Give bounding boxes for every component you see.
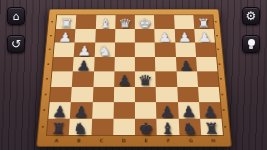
square-b2[interactable]: ♟ <box>70 102 92 118</box>
square-a3[interactable] <box>50 87 72 103</box>
square-f2[interactable]: ♟ <box>156 102 178 118</box>
piece-black-knight[interactable]: ♞ <box>97 46 111 58</box>
square-b6[interactable]: ♟ <box>74 42 95 56</box>
square-d8[interactable]: ♛ <box>115 15 135 28</box>
piece-white-pawn[interactable]: ♟ <box>52 106 68 119</box>
square-f6[interactable] <box>155 42 176 56</box>
piece-white-king[interactable]: ♚ <box>138 122 153 136</box>
square-b1[interactable]: ♞ <box>69 118 92 135</box>
square-h3[interactable] <box>198 87 220 103</box>
square-b7[interactable] <box>75 29 96 43</box>
square-e6[interactable] <box>135 42 155 56</box>
square-b8[interactable] <box>76 15 96 28</box>
square-g6[interactable] <box>175 42 196 56</box>
square-d1[interactable] <box>113 118 135 135</box>
square-c6[interactable]: ♞ <box>94 42 115 56</box>
board-frame: ♜♝♛♚♜♟♟♟♟♟♞♟♟♟♛♟♟♟♟♟♜♞♚♝♞♜ ABCDEFGH <box>36 9 232 147</box>
square-a5[interactable] <box>52 57 74 72</box>
file-label-g: G <box>180 139 203 144</box>
square-d3[interactable] <box>114 87 135 103</box>
square-h1[interactable]: ♜ <box>200 118 223 135</box>
square-d5[interactable] <box>114 57 135 72</box>
file-label-e: E <box>135 139 157 144</box>
square-g1[interactable]: ♞ <box>178 118 201 135</box>
square-h5[interactable] <box>196 57 218 72</box>
piece-white-rook[interactable]: ♜ <box>204 122 220 136</box>
file-label-a: A <box>45 139 68 144</box>
square-c4[interactable] <box>93 71 114 86</box>
square-b3[interactable] <box>71 87 93 103</box>
square-a2[interactable]: ♟ <box>48 102 71 118</box>
home-button[interactable]: ⌂ <box>7 7 25 25</box>
hint-button[interactable] <box>242 35 260 53</box>
square-d6[interactable] <box>115 42 135 56</box>
piece-white-bishop[interactable]: ♝ <box>160 122 175 136</box>
square-d7[interactable] <box>115 29 135 43</box>
square-g2[interactable]: ♟ <box>178 102 200 118</box>
square-g7[interactable]: ♟ <box>174 29 195 43</box>
square-e8[interactable]: ♚ <box>135 15 155 28</box>
square-e1[interactable]: ♚ <box>135 118 157 135</box>
piece-white-pawn[interactable]: ♟ <box>160 106 175 119</box>
piece-black-pawn[interactable]: ♟ <box>77 46 91 58</box>
piece-white-pawn[interactable]: ♟ <box>117 75 131 88</box>
square-a4[interactable] <box>51 71 73 86</box>
file-label-f: F <box>157 139 180 144</box>
piece-white-pawn[interactable]: ♟ <box>181 106 196 119</box>
square-e5[interactable] <box>135 57 156 72</box>
square-d4[interactable]: ♟ <box>114 71 135 86</box>
square-g5[interactable]: ♟ <box>176 57 197 72</box>
board-perspective-wrap: ♜♝♛♚♜♟♟♟♟♟♞♟♟♟♛♟♟♟♟♟♜♞♚♝♞♜ ABCDEFGH <box>0 0 267 150</box>
square-f8[interactable] <box>154 15 174 28</box>
square-d2[interactable] <box>113 102 135 118</box>
undo-button[interactable]: ↺ <box>7 35 25 53</box>
piece-white-rook[interactable]: ♜ <box>50 122 66 136</box>
square-h2[interactable]: ♟ <box>199 102 222 118</box>
piece-white-pawn[interactable]: ♟ <box>76 60 91 72</box>
app-window: ♜♝♛♚♜♟♟♟♟♟♞♟♟♟♛♟♟♟♟♟♜♞♚♝♞♜ ABCDEFGH ⌂ ↺ … <box>0 0 267 150</box>
undo-icon: ↺ <box>11 38 21 50</box>
settings-button[interactable]: ⚙ <box>242 7 260 25</box>
piece-white-pawn[interactable]: ♟ <box>179 60 194 72</box>
square-e2[interactable] <box>135 102 157 118</box>
square-c3[interactable] <box>92 87 114 103</box>
square-a8[interactable]: ♜ <box>56 15 77 28</box>
square-g8[interactable] <box>174 15 194 28</box>
piece-white-knight[interactable]: ♞ <box>182 122 198 136</box>
square-f4[interactable] <box>156 71 177 86</box>
square-c8[interactable]: ♝ <box>95 15 115 28</box>
square-f1[interactable]: ♝ <box>157 118 179 135</box>
square-c5[interactable] <box>94 57 115 72</box>
piece-white-knight[interactable]: ♞ <box>72 122 88 136</box>
square-b4[interactable] <box>72 71 94 86</box>
square-e4[interactable]: ♛ <box>135 71 156 86</box>
square-e7[interactable] <box>135 29 155 43</box>
square-g4[interactable] <box>176 71 198 86</box>
piece-white-pawn[interactable]: ♟ <box>73 106 88 119</box>
square-a7[interactable]: ♟ <box>55 29 76 43</box>
square-h4[interactable] <box>197 71 219 86</box>
square-c2[interactable] <box>92 102 114 118</box>
square-h6[interactable] <box>195 42 216 56</box>
lightbulb-icon <box>248 39 255 49</box>
piece-white-queen[interactable]: ♛ <box>138 75 152 88</box>
square-e3[interactable] <box>135 87 156 103</box>
square-f3[interactable] <box>156 87 178 103</box>
square-g3[interactable] <box>177 87 199 103</box>
square-h7[interactable]: ♟ <box>194 29 215 43</box>
file-label-b: B <box>68 139 91 144</box>
square-f7[interactable]: ♟ <box>155 29 175 43</box>
square-a1[interactable]: ♜ <box>47 118 70 135</box>
home-icon: ⌂ <box>13 11 20 22</box>
chess-board: ♜♝♛♚♜♟♟♟♟♟♞♟♟♟♛♟♟♟♟♟♜♞♚♝♞♜ <box>46 15 224 136</box>
file-label-d: D <box>113 139 135 144</box>
square-h8[interactable]: ♜ <box>193 15 214 28</box>
file-label-h: H <box>202 139 225 144</box>
file-label-c: C <box>90 139 113 144</box>
square-b5[interactable]: ♟ <box>73 57 94 72</box>
square-f5[interactable] <box>155 57 176 72</box>
square-c7[interactable] <box>95 29 115 43</box>
square-a6[interactable] <box>54 42 75 56</box>
square-c1[interactable] <box>91 118 113 135</box>
piece-white-pawn[interactable]: ♟ <box>202 106 218 119</box>
gear-icon: ⚙ <box>246 10 257 22</box>
